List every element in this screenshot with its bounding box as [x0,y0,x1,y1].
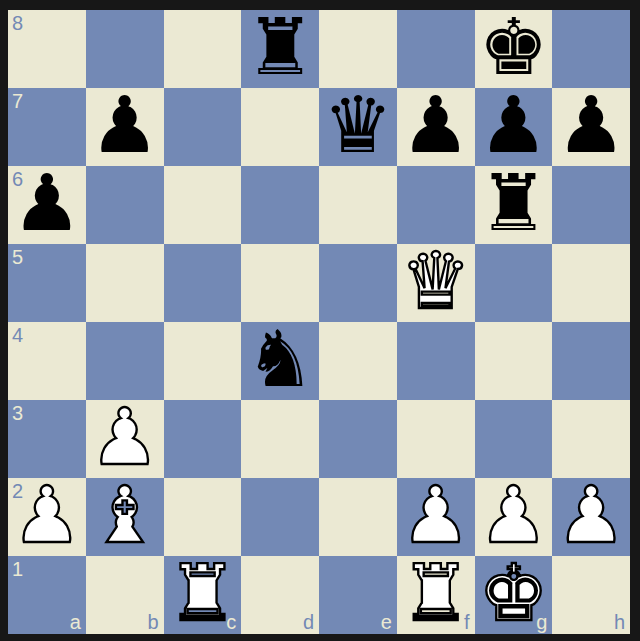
square-d4[interactable]: ♞ [241,322,319,400]
square-e1[interactable]: e [319,556,397,634]
square-g5[interactable] [475,244,553,322]
black-pawn[interactable]: ♟ [478,86,548,164]
square-g6[interactable]: ♜ [475,166,553,244]
square-b3[interactable]: ♟ [86,400,164,478]
black-king[interactable]: ♚ [478,8,548,86]
square-e7[interactable]: ♛ [319,88,397,166]
square-b7[interactable]: ♟ [86,88,164,166]
black-pawn[interactable]: ♟ [12,164,82,242]
square-g3[interactable] [475,400,553,478]
square-e5[interactable] [319,244,397,322]
square-b8[interactable] [86,10,164,88]
rank-label-7: 7 [12,91,23,111]
square-d5[interactable] [241,244,319,322]
black-pawn[interactable]: ♟ [556,86,626,164]
white-rook[interactable]: ♜ [167,554,237,632]
square-c8[interactable] [164,10,242,88]
chess-board: 8♜♚7♟♛♟♟♟6♟♜5♛4♞3♟2♟♝♟♟♟1abc♜def♜g♚h [8,10,630,632]
file-label-e: e [381,612,392,632]
square-f5[interactable]: ♛ [397,244,475,322]
square-h3[interactable] [552,400,630,478]
square-f1[interactable]: f♜ [397,556,475,634]
square-c5[interactable] [164,244,242,322]
square-h2[interactable]: ♟ [552,478,630,556]
white-rook[interactable]: ♜ [401,554,471,632]
square-h4[interactable] [552,322,630,400]
square-d3[interactable] [241,400,319,478]
square-c6[interactable] [164,166,242,244]
square-a8[interactable]: 8 [8,10,86,88]
square-d6[interactable] [241,166,319,244]
square-g7[interactable]: ♟ [475,88,553,166]
white-pawn[interactable]: ♟ [556,476,626,554]
black-rook[interactable]: ♜ [245,8,315,86]
square-h1[interactable]: h [552,556,630,634]
square-f8[interactable] [397,10,475,88]
white-pawn[interactable]: ♟ [90,398,160,476]
black-queen[interactable]: ♛ [323,86,393,164]
white-pawn[interactable]: ♟ [401,476,471,554]
square-f7[interactable]: ♟ [397,88,475,166]
square-g2[interactable]: ♟ [475,478,553,556]
square-e3[interactable] [319,400,397,478]
white-queen[interactable]: ♛ [401,242,471,320]
square-g8[interactable]: ♚ [475,10,553,88]
square-e4[interactable] [319,322,397,400]
square-f4[interactable] [397,322,475,400]
file-label-g: g [536,612,547,632]
square-b6[interactable] [86,166,164,244]
square-h6[interactable] [552,166,630,244]
square-h7[interactable]: ♟ [552,88,630,166]
black-knight[interactable]: ♞ [245,320,315,398]
square-e8[interactable] [319,10,397,88]
white-bishop[interactable]: ♝ [90,476,160,554]
square-c2[interactable] [164,478,242,556]
file-label-f: f [464,612,470,632]
rank-label-3: 3 [12,403,23,423]
square-g4[interactable] [475,322,553,400]
square-d8[interactable]: ♜ [241,10,319,88]
rank-label-1: 1 [12,559,23,579]
square-h5[interactable] [552,244,630,322]
file-label-a: a [70,612,81,632]
square-c3[interactable] [164,400,242,478]
rank-label-2: 2 [12,481,23,501]
file-label-c: c [226,612,236,632]
square-b2[interactable]: ♝ [86,478,164,556]
square-e2[interactable] [319,478,397,556]
square-e6[interactable] [319,166,397,244]
square-f6[interactable] [397,166,475,244]
rank-label-6: 6 [12,169,23,189]
white-king[interactable]: ♚ [478,554,548,632]
file-label-h: h [614,612,625,632]
square-a4[interactable]: 4 [8,322,86,400]
square-g1[interactable]: g♚ [475,556,553,634]
square-c7[interactable] [164,88,242,166]
black-rook[interactable]: ♜ [478,164,548,242]
square-a3[interactable]: 3 [8,400,86,478]
rank-label-4: 4 [12,325,23,345]
square-a1[interactable]: 1a [8,556,86,634]
white-pawn[interactable]: ♟ [12,476,82,554]
square-a5[interactable]: 5 [8,244,86,322]
black-pawn[interactable]: ♟ [401,86,471,164]
square-d1[interactable]: d [241,556,319,634]
square-a6[interactable]: 6♟ [8,166,86,244]
square-f3[interactable] [397,400,475,478]
white-pawn[interactable]: ♟ [478,476,548,554]
square-h8[interactable] [552,10,630,88]
square-c1[interactable]: c♜ [164,556,242,634]
file-label-b: b [147,612,158,632]
file-label-d: d [303,612,314,632]
square-f2[interactable]: ♟ [397,478,475,556]
square-c4[interactable] [164,322,242,400]
square-a7[interactable]: 7 [8,88,86,166]
black-pawn[interactable]: ♟ [90,86,160,164]
square-b1[interactable]: b [86,556,164,634]
rank-label-8: 8 [12,13,23,33]
square-b4[interactable] [86,322,164,400]
square-a2[interactable]: 2♟ [8,478,86,556]
rank-label-5: 5 [12,247,23,267]
square-b5[interactable] [86,244,164,322]
square-d2[interactable] [241,478,319,556]
square-d7[interactable] [241,88,319,166]
